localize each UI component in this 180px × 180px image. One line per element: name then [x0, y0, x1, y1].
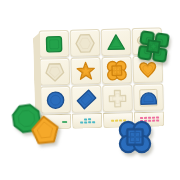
front-face-2	[72, 113, 102, 129]
white-cross-shape	[106, 87, 129, 110]
block-r2c2-orange-star[interactable]	[70, 57, 101, 85]
block-r3c2-blue-diamond[interactable]	[71, 85, 102, 113]
counting-dot	[92, 121, 95, 123]
pentagon-recess-shape	[44, 60, 67, 83]
piece-orange-pentagon[interactable]	[27, 112, 62, 147]
counting-dot	[111, 119, 114, 121]
orange-quatrefoil-shape	[106, 59, 129, 82]
block-r1c3-green-triangle[interactable]	[101, 28, 132, 56]
toy-photo-scene	[0, 0, 180, 180]
block-r3c3-white-cross[interactable]	[102, 84, 133, 112]
block-r3c4-blue-dome[interactable]	[133, 83, 164, 111]
blue-circle-shape	[44, 88, 67, 111]
piece-green-gear-flower[interactable]	[135, 28, 172, 65]
dot-row	[80, 121, 95, 123]
dot-row	[62, 120, 67, 122]
counting-dot	[156, 117, 159, 119]
blue-quatrefoil-shape	[117, 119, 153, 155]
green-triangle-shape	[105, 31, 128, 54]
block-r3c1-blue-circle[interactable]	[40, 86, 71, 114]
orange-pentagon-shape	[27, 112, 62, 147]
dot-row	[84, 118, 91, 120]
blue-dome-shape	[137, 86, 160, 109]
block-r1c2-hexagon-recess[interactable]	[70, 29, 101, 57]
hexagon-recess-shape	[74, 32, 97, 55]
blue-diamond-shape	[75, 88, 98, 111]
block-r2c3-orange-quatrefoil[interactable]	[101, 56, 132, 84]
counting-dot	[84, 118, 87, 120]
orange-star-shape	[75, 60, 98, 83]
counting-dot	[84, 121, 87, 123]
block-r1c1-green-square[interactable]	[39, 30, 70, 58]
block-r2c1-pentagon-recess[interactable]	[39, 58, 70, 86]
counting-dot	[80, 122, 83, 124]
counting-dot	[156, 120, 159, 122]
counting-dot	[62, 120, 67, 122]
green-gear-flower-shape	[135, 28, 172, 65]
green-square-shape	[43, 32, 66, 55]
piece-blue-quatrefoil[interactable]	[117, 119, 153, 155]
counting-dot	[88, 121, 91, 123]
counting-dot	[88, 118, 91, 120]
